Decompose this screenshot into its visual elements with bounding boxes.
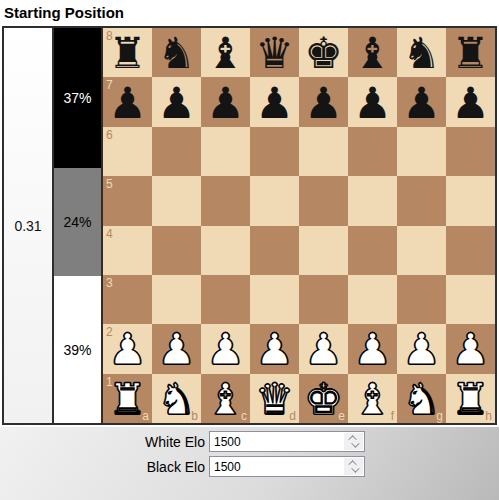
square-a1[interactable]: 1a♜: [103, 374, 152, 423]
piece-black-rook[interactable]: ♜: [451, 32, 490, 75]
square-a3[interactable]: 3: [103, 275, 152, 324]
square-e1[interactable]: e♚: [299, 374, 348, 423]
square-e2[interactable]: ♟: [299, 324, 348, 373]
square-e5[interactable]: [299, 176, 348, 225]
file-label-g: g: [436, 410, 443, 422]
square-g1[interactable]: g♞: [397, 374, 446, 423]
eval-score: 0.31: [14, 218, 41, 234]
piece-white-knight[interactable]: ♞: [402, 378, 441, 421]
page-title: Starting Position: [4, 4, 124, 21]
piece-black-pawn[interactable]: ♟: [304, 82, 343, 125]
piece-white-king[interactable]: ♚: [304, 378, 343, 421]
white-elo-spinner: [344, 433, 363, 450]
piece-white-knight[interactable]: ♞: [157, 378, 196, 421]
piece-white-pawn[interactable]: ♟: [206, 328, 245, 371]
piece-black-bishop[interactable]: ♝: [353, 32, 392, 75]
rank-label-2: 2: [106, 326, 113, 338]
square-f4[interactable]: [348, 226, 397, 275]
file-label-c: c: [241, 410, 247, 422]
square-d8[interactable]: ♛: [250, 28, 299, 77]
win-probability-bar: 37% 24% 39%: [54, 28, 101, 423]
square-e6[interactable]: [299, 127, 348, 176]
square-c3[interactable]: [201, 275, 250, 324]
piece-white-rook[interactable]: ♜: [451, 378, 490, 421]
square-c2[interactable]: ♟: [201, 324, 250, 373]
square-g3[interactable]: [397, 275, 446, 324]
square-a6[interactable]: 6: [103, 127, 152, 176]
piece-black-pawn[interactable]: ♟: [206, 82, 245, 125]
square-h6[interactable]: [446, 127, 495, 176]
rank-label-6: 6: [106, 129, 113, 141]
square-a4[interactable]: 4: [103, 226, 152, 275]
square-a8[interactable]: 8♜: [103, 28, 152, 77]
square-c8[interactable]: ♝: [201, 28, 250, 77]
square-a2[interactable]: 2♟: [103, 324, 152, 373]
square-f1[interactable]: f♝: [348, 374, 397, 423]
square-g6[interactable]: [397, 127, 446, 176]
square-h4[interactable]: [446, 226, 495, 275]
black-win-percent: 37%: [63, 90, 91, 106]
piece-white-bishop[interactable]: ♝: [206, 378, 245, 421]
square-d1[interactable]: d♛: [250, 374, 299, 423]
square-d3[interactable]: [250, 275, 299, 324]
square-h3[interactable]: [446, 275, 495, 324]
file-label-f: f: [391, 410, 394, 422]
piece-white-rook[interactable]: ♜: [108, 378, 147, 421]
square-g7[interactable]: ♟: [397, 77, 446, 126]
square-f7[interactable]: ♟: [348, 77, 397, 126]
black-elo-input[interactable]: [210, 458, 342, 476]
black-win-segment: 37%: [54, 28, 101, 168]
piece-black-pawn[interactable]: ♟: [108, 82, 147, 125]
square-d2[interactable]: ♟: [250, 324, 299, 373]
file-label-d: d: [289, 410, 296, 422]
piece-white-pawn[interactable]: ♟: [255, 328, 294, 371]
piece-white-pawn[interactable]: ♟: [451, 328, 490, 371]
square-d7[interactable]: ♟: [250, 77, 299, 126]
piece-white-pawn[interactable]: ♟: [353, 328, 392, 371]
square-b5[interactable]: [152, 176, 201, 225]
white-elo-spinbox: [209, 431, 365, 452]
square-f6[interactable]: [348, 127, 397, 176]
square-b2[interactable]: ♟: [152, 324, 201, 373]
square-f8[interactable]: ♝: [348, 28, 397, 77]
square-c6[interactable]: [201, 127, 250, 176]
white-elo-label: White Elo: [130, 434, 205, 450]
square-h7[interactable]: ♟: [446, 77, 495, 126]
square-b7[interactable]: ♟: [152, 77, 201, 126]
piece-black-queen[interactable]: ♛: [255, 32, 294, 75]
rank-label-4: 4: [106, 228, 113, 240]
square-g5[interactable]: [397, 176, 446, 225]
square-b8[interactable]: ♞: [152, 28, 201, 77]
chess-board: 8♜♞♝♛♚♝♞♜7♟♟♟♟♟♟♟♟65432♟♟♟♟♟♟♟♟1a♜b♞c♝d♛…: [103, 28, 495, 423]
draw-percent: 24%: [63, 214, 91, 230]
black-elo-label: Black Elo: [130, 459, 205, 475]
square-c5[interactable]: [201, 176, 250, 225]
piece-white-queen[interactable]: ♛: [255, 378, 294, 421]
square-c7[interactable]: ♟: [201, 77, 250, 126]
square-f5[interactable]: [348, 176, 397, 225]
square-c4[interactable]: [201, 226, 250, 275]
square-g4[interactable]: [397, 226, 446, 275]
square-d5[interactable]: [250, 176, 299, 225]
square-e8[interactable]: ♚: [299, 28, 348, 77]
black-elo-row: Black Elo: [130, 456, 365, 477]
draw-segment: 24%: [54, 168, 101, 276]
square-e3[interactable]: [299, 275, 348, 324]
piece-black-king[interactable]: ♚: [304, 32, 343, 75]
square-d4[interactable]: [250, 226, 299, 275]
square-f3[interactable]: [348, 275, 397, 324]
piece-white-pawn[interactable]: ♟: [402, 328, 441, 371]
eval-score-column: 0.31: [4, 28, 52, 423]
piece-black-pawn[interactable]: ♟: [402, 82, 441, 125]
piece-black-rook[interactable]: ♜: [108, 32, 147, 75]
square-h8[interactable]: ♜: [446, 28, 495, 77]
square-h2[interactable]: ♟: [446, 324, 495, 373]
starting-position-window: { "game": "chess", "position": { "fen": …: [0, 0, 499, 500]
square-b6[interactable]: [152, 127, 201, 176]
file-label-h: h: [485, 410, 492, 422]
white-elo-decrement-button[interactable]: [348, 442, 360, 449]
square-h5[interactable]: [446, 176, 495, 225]
white-win-percent: 39%: [63, 342, 91, 358]
square-b3[interactable]: [152, 275, 201, 324]
square-e7[interactable]: ♟: [299, 77, 348, 126]
square-c1[interactable]: c♝: [201, 374, 250, 423]
piece-black-pawn[interactable]: ♟: [255, 82, 294, 125]
piece-black-knight[interactable]: ♞: [402, 32, 441, 75]
white-elo-row: White Elo: [130, 431, 365, 452]
white-elo-input[interactable]: [210, 433, 342, 451]
piece-black-pawn[interactable]: ♟: [353, 82, 392, 125]
square-g2[interactable]: ♟: [397, 324, 446, 373]
piece-white-pawn[interactable]: ♟: [157, 328, 196, 371]
piece-white-pawn[interactable]: ♟: [108, 328, 147, 371]
square-a5[interactable]: 5: [103, 176, 152, 225]
white-win-segment: 39%: [54, 276, 101, 423]
piece-black-pawn[interactable]: ♟: [451, 82, 490, 125]
square-f2[interactable]: ♟: [348, 324, 397, 373]
piece-white-pawn[interactable]: ♟: [304, 328, 343, 371]
square-g8[interactable]: ♞: [397, 28, 446, 77]
file-label-b: b: [191, 410, 198, 422]
file-label-a: a: [142, 410, 149, 422]
file-label-e: e: [338, 410, 345, 422]
rank-label-3: 3: [106, 277, 113, 289]
black-elo-decrement-button[interactable]: [348, 467, 360, 474]
rank-label-5: 5: [106, 178, 113, 190]
black-elo-spinner: [344, 458, 363, 475]
rank-label-1: 1: [106, 376, 113, 388]
square-d6[interactable]: [250, 127, 299, 176]
rank-label-7: 7: [106, 79, 113, 91]
square-a7[interactable]: 7♟: [103, 77, 152, 126]
piece-black-knight[interactable]: ♞: [157, 32, 196, 75]
piece-black-bishop[interactable]: ♝: [206, 32, 245, 75]
square-h1[interactable]: h♜: [446, 374, 495, 423]
square-e4[interactable]: [299, 226, 348, 275]
piece-black-pawn[interactable]: ♟: [157, 82, 196, 125]
analysis-panel: 0.31 37% 24% 39% 8♜♞♝♛♚♝♞♜7♟♟♟♟♟♟♟♟65432…: [2, 26, 497, 425]
rank-label-8: 8: [106, 30, 113, 42]
square-b4[interactable]: [152, 226, 201, 275]
piece-white-bishop[interactable]: ♝: [353, 378, 392, 421]
square-b1[interactable]: b♞: [152, 374, 201, 423]
black-elo-spinbox: [209, 456, 365, 477]
